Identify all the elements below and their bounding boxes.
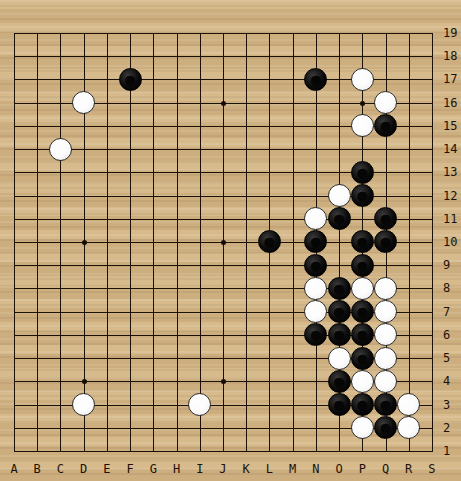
white-stone: ● [72, 393, 95, 416]
white-stone: ● [72, 91, 95, 114]
row-label: 6 [443, 329, 461, 341]
column-label: L [257, 462, 281, 476]
column-label: J [211, 462, 235, 476]
black-stone: ● [374, 230, 397, 253]
column-label: H [165, 462, 189, 476]
row-label: 17 [443, 73, 461, 85]
black-stone: ● [328, 207, 351, 230]
row-label: 10 [443, 236, 461, 248]
black-stone: ● [374, 416, 397, 439]
row-label: 15 [443, 120, 461, 132]
column-label: B [25, 462, 49, 476]
row-label: 8 [443, 282, 461, 294]
black-stone: ● [351, 300, 374, 323]
row-label: 11 [443, 213, 461, 225]
grid-line-vertical [246, 33, 247, 452]
row-label: 3 [443, 399, 461, 411]
star-point [82, 240, 87, 245]
black-stone: ● [351, 393, 374, 416]
black-stone: ● [351, 184, 374, 207]
column-label: F [118, 462, 142, 476]
column-label: E [95, 462, 119, 476]
white-stone: ● [304, 300, 327, 323]
white-stone: ● [374, 347, 397, 370]
white-stone: ● [351, 68, 374, 91]
black-stone: ● [304, 254, 327, 277]
white-stone: ● [188, 393, 211, 416]
black-stone: ● [328, 393, 351, 416]
white-stone: ● [397, 416, 420, 439]
star-point [360, 101, 365, 106]
white-stone: ● [304, 207, 327, 230]
black-stone: ● [351, 230, 374, 253]
white-stone: ● [397, 393, 420, 416]
row-label: 12 [443, 190, 461, 202]
column-label: N [304, 462, 328, 476]
row-label: 13 [443, 166, 461, 178]
column-label: D [72, 462, 96, 476]
black-stone: ● [374, 114, 397, 137]
black-stone: ● [374, 207, 397, 230]
white-stone: ● [351, 277, 374, 300]
black-stone: ● [351, 347, 374, 370]
white-stone: ● [351, 114, 374, 137]
black-stone: ● [351, 161, 374, 184]
black-stone: ● [374, 393, 397, 416]
grid-line-vertical [293, 33, 294, 452]
black-stone: ● [258, 230, 281, 253]
column-label: O [327, 462, 351, 476]
white-stone: ● [304, 277, 327, 300]
row-label: 4 [443, 375, 461, 387]
black-stone: ● [351, 323, 374, 346]
black-stone: ● [328, 323, 351, 346]
column-label: R [397, 462, 421, 476]
white-stone: ● [374, 277, 397, 300]
column-label: A [2, 462, 26, 476]
column-label: P [350, 462, 374, 476]
black-stone: ● [351, 254, 374, 277]
white-stone: ● [374, 370, 397, 393]
white-stone: ● [351, 416, 374, 439]
black-stone: ● [328, 277, 351, 300]
star-point [221, 379, 226, 384]
column-label: M [281, 462, 305, 476]
star-point [221, 101, 226, 106]
black-stone: ● [328, 300, 351, 323]
row-label: 2 [443, 422, 461, 434]
black-stone: ● [304, 68, 327, 91]
star-point [82, 379, 87, 384]
black-stone: ● [328, 370, 351, 393]
row-label: 16 [443, 97, 461, 109]
grid-line-vertical [409, 33, 410, 452]
grid-line-vertical [432, 33, 433, 452]
white-stone: ● [328, 184, 351, 207]
white-stone: ● [374, 91, 397, 114]
black-stone: ● [304, 230, 327, 253]
column-label: K [234, 462, 258, 476]
white-stone: ● [328, 347, 351, 370]
black-stone: ● [119, 68, 142, 91]
black-stone: ● [304, 323, 327, 346]
row-label: 18 [443, 50, 461, 62]
row-label: 19 [443, 27, 461, 39]
column-label: C [48, 462, 72, 476]
white-stone: ● [49, 138, 72, 161]
row-label: 14 [443, 143, 461, 155]
white-stone: ● [374, 300, 397, 323]
row-label: 1 [443, 445, 461, 457]
row-label: 9 [443, 259, 461, 271]
row-label: 5 [443, 352, 461, 364]
white-stone: ● [351, 370, 374, 393]
star-point [221, 240, 226, 245]
column-label: I [188, 462, 212, 476]
white-stone: ● [374, 323, 397, 346]
row-label: 7 [443, 306, 461, 318]
column-label: G [141, 462, 165, 476]
grid-line-horizontal [14, 451, 433, 452]
go-board[interactable]: ●●●●●●●●●●●●●●●●●●●●●●●●●●●●●●●●●●●●●●●●… [0, 0, 461, 481]
column-label: S [420, 462, 444, 476]
column-label: Q [374, 462, 398, 476]
